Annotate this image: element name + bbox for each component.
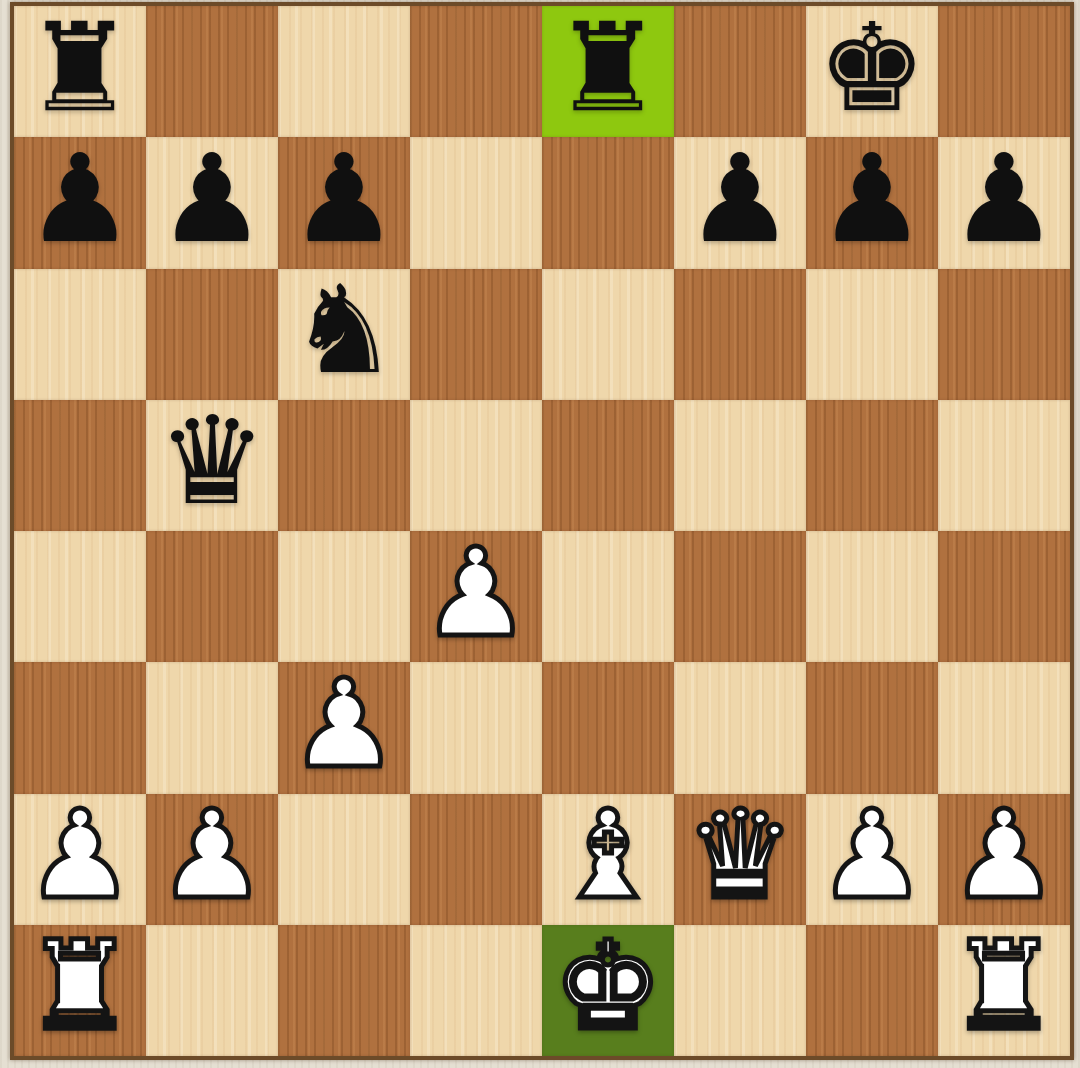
square-e1[interactable]: ♚	[542, 925, 674, 1056]
square-h4[interactable]	[938, 531, 1070, 662]
square-e3[interactable]	[542, 662, 674, 793]
white-rook[interactable]: ♜	[25, 925, 134, 1047]
square-d8[interactable]	[410, 6, 542, 137]
square-c3[interactable]: ♟	[278, 662, 410, 793]
square-f8[interactable]	[674, 6, 806, 137]
square-f7[interactable]: ♟	[674, 137, 806, 268]
white-queen[interactable]: ♛	[685, 794, 794, 916]
square-d1[interactable]	[410, 925, 542, 1056]
square-d2[interactable]	[410, 794, 542, 925]
square-h8[interactable]	[938, 6, 1070, 137]
square-a1[interactable]: ♜	[14, 925, 146, 1056]
square-e7[interactable]	[542, 137, 674, 268]
black-queen[interactable]: ♛	[157, 400, 266, 522]
square-b4[interactable]	[146, 531, 278, 662]
black-pawn[interactable]: ♟	[157, 138, 266, 260]
white-king[interactable]: ♚	[553, 925, 662, 1047]
square-b3[interactable]	[146, 662, 278, 793]
black-pawn[interactable]: ♟	[949, 138, 1058, 260]
chess-board-frame: ♜♜♚♟♟♟♟♟♟♞♛♟♟♟♟♝♛♟♟♜♚♜	[10, 2, 1074, 1060]
black-rook[interactable]: ♜	[25, 7, 134, 129]
square-h1[interactable]: ♜	[938, 925, 1070, 1056]
black-pawn[interactable]: ♟	[817, 138, 926, 260]
square-b6[interactable]	[146, 269, 278, 400]
square-a3[interactable]	[14, 662, 146, 793]
square-c2[interactable]	[278, 794, 410, 925]
white-pawn[interactable]: ♟	[289, 663, 398, 785]
square-f6[interactable]	[674, 269, 806, 400]
square-e2[interactable]: ♝	[542, 794, 674, 925]
square-e4[interactable]	[542, 531, 674, 662]
black-king[interactable]: ♚	[817, 7, 926, 129]
white-rook[interactable]: ♜	[949, 925, 1058, 1047]
black-pawn[interactable]: ♟	[25, 138, 134, 260]
square-a8[interactable]: ♜	[14, 6, 146, 137]
white-pawn[interactable]: ♟	[421, 532, 530, 654]
square-h5[interactable]	[938, 400, 1070, 531]
square-g8[interactable]: ♚	[806, 6, 938, 137]
square-g2[interactable]: ♟	[806, 794, 938, 925]
chess-board: ♜♜♚♟♟♟♟♟♟♞♛♟♟♟♟♝♛♟♟♜♚♜	[14, 6, 1070, 1056]
square-f2[interactable]: ♛	[674, 794, 806, 925]
square-f1[interactable]	[674, 925, 806, 1056]
black-rook[interactable]: ♜	[553, 7, 662, 129]
square-d6[interactable]	[410, 269, 542, 400]
square-e6[interactable]	[542, 269, 674, 400]
square-b2[interactable]: ♟	[146, 794, 278, 925]
white-pawn[interactable]: ♟	[817, 794, 926, 916]
black-pawn[interactable]: ♟	[289, 138, 398, 260]
white-pawn[interactable]: ♟	[949, 794, 1058, 916]
square-f4[interactable]	[674, 531, 806, 662]
square-c8[interactable]	[278, 6, 410, 137]
square-h3[interactable]	[938, 662, 1070, 793]
square-g5[interactable]	[806, 400, 938, 531]
square-c5[interactable]	[278, 400, 410, 531]
square-a6[interactable]	[14, 269, 146, 400]
square-g1[interactable]	[806, 925, 938, 1056]
square-f5[interactable]	[674, 400, 806, 531]
square-g3[interactable]	[806, 662, 938, 793]
square-c4[interactable]	[278, 531, 410, 662]
black-knight[interactable]: ♞	[289, 269, 398, 391]
square-a7[interactable]: ♟	[14, 137, 146, 268]
square-c6[interactable]: ♞	[278, 269, 410, 400]
square-f3[interactable]	[674, 662, 806, 793]
square-g4[interactable]	[806, 531, 938, 662]
square-b5[interactable]: ♛	[146, 400, 278, 531]
square-h2[interactable]: ♟	[938, 794, 1070, 925]
square-d5[interactable]	[410, 400, 542, 531]
square-b8[interactable]	[146, 6, 278, 137]
square-d3[interactable]	[410, 662, 542, 793]
square-a5[interactable]	[14, 400, 146, 531]
square-d4[interactable]: ♟	[410, 531, 542, 662]
black-pawn[interactable]: ♟	[685, 138, 794, 260]
square-e5[interactable]	[542, 400, 674, 531]
white-pawn[interactable]: ♟	[25, 794, 134, 916]
square-b1[interactable]	[146, 925, 278, 1056]
square-h6[interactable]	[938, 269, 1070, 400]
square-e8[interactable]: ♜	[542, 6, 674, 137]
square-g7[interactable]: ♟	[806, 137, 938, 268]
square-g6[interactable]	[806, 269, 938, 400]
white-pawn[interactable]: ♟	[157, 794, 266, 916]
white-bishop[interactable]: ♝	[553, 794, 662, 916]
square-a4[interactable]	[14, 531, 146, 662]
square-d7[interactable]	[410, 137, 542, 268]
square-c1[interactable]	[278, 925, 410, 1056]
square-b7[interactable]: ♟	[146, 137, 278, 268]
square-h7[interactable]: ♟	[938, 137, 1070, 268]
square-a2[interactable]: ♟	[14, 794, 146, 925]
square-c7[interactable]: ♟	[278, 137, 410, 268]
